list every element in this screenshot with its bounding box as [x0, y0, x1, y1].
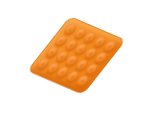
silicone-mold-tray	[27, 16, 126, 95]
cavity-grid	[34, 22, 120, 89]
product-photo	[0, 0, 150, 120]
